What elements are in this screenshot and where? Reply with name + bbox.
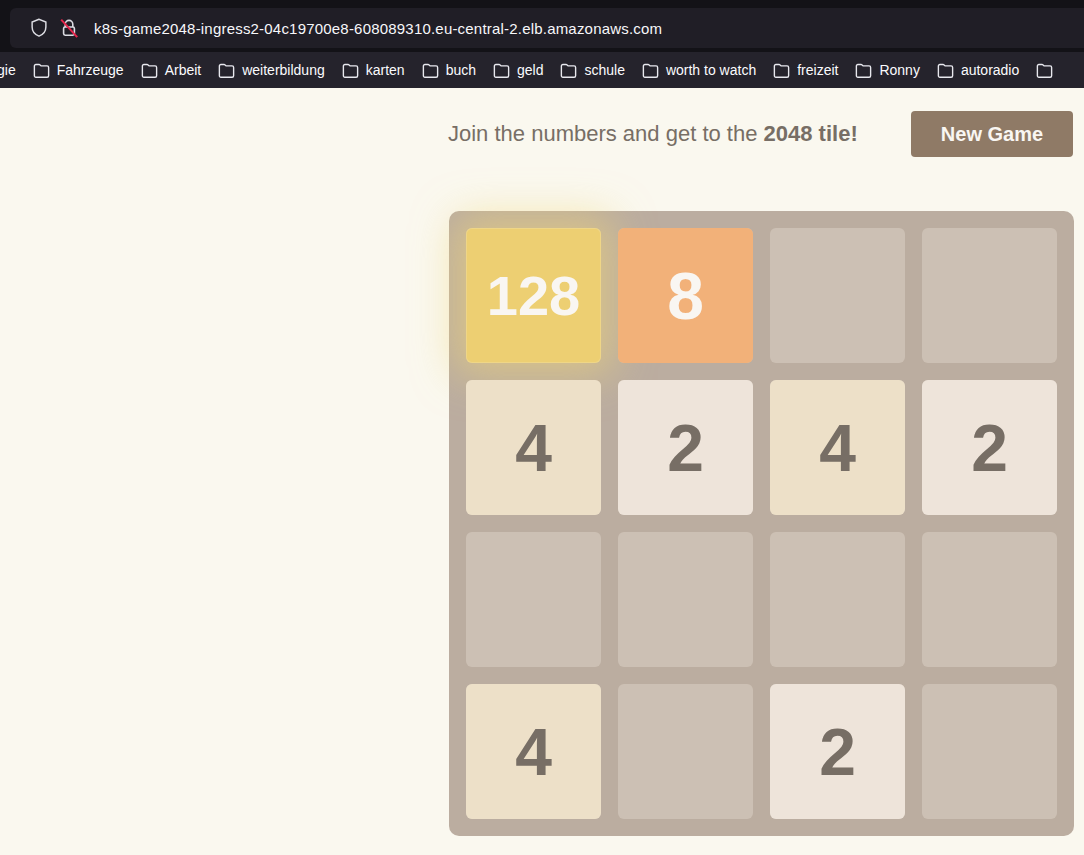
- intro-row: Join the numbers and get to the 2048 til…: [448, 111, 1073, 157]
- bookmark-worth-to-watch[interactable]: worth to watch: [642, 62, 756, 78]
- tile-2: 2: [618, 380, 753, 515]
- bookmark-label: buch: [446, 62, 476, 78]
- bookmarks-bar: gieFahrzeugeArbeitweiterbildungkartenbuc…: [0, 52, 1084, 88]
- folder-icon: [560, 63, 577, 78]
- folder-icon: [141, 63, 158, 78]
- tile-2: 2: [770, 684, 905, 819]
- new-game-button[interactable]: New Game: [911, 111, 1073, 157]
- shield-icon[interactable]: [24, 13, 54, 43]
- cell-r4c2: [618, 684, 753, 819]
- url-toolbar: k8s-game2048-ingress2-04c19700e8-6080893…: [0, 0, 1084, 52]
- cell-r4c3: 2: [770, 684, 905, 819]
- tile-2: 2: [922, 380, 1057, 515]
- folder-icon: [642, 63, 659, 78]
- bookmark-arbeit[interactable]: Arbeit: [141, 62, 202, 78]
- bookmark-geld[interactable]: geld: [493, 62, 543, 78]
- bookmark-karten[interactable]: karten: [342, 62, 405, 78]
- cell-r1c4: [922, 228, 1057, 363]
- folder-icon: [1036, 63, 1053, 78]
- bookmark-label: worth to watch: [666, 62, 756, 78]
- browser-window: k8s-game2048-ingress2-04c19700e8-6080893…: [0, 0, 1084, 855]
- tile-4: 4: [466, 684, 601, 819]
- bookmark-fahrzeuge[interactable]: Fahrzeuge: [33, 62, 124, 78]
- cell-r4c1: 4: [466, 684, 601, 819]
- bookmark-autoradio[interactable]: autoradio: [937, 62, 1019, 78]
- intro-text-normal: Join the numbers and get to the: [448, 121, 764, 146]
- cell-r2c1: 4: [466, 380, 601, 515]
- folder-icon: [342, 63, 359, 78]
- folder-icon: [773, 63, 790, 78]
- bookmark-label: karten: [366, 62, 405, 78]
- bookmark-label: freizeit: [797, 62, 838, 78]
- bookmark-gie[interactable]: gie: [0, 62, 16, 78]
- bookmark-label: weiterbildung: [242, 62, 325, 78]
- tile-128: 128: [466, 228, 601, 363]
- folder-icon: [855, 63, 872, 78]
- folder-icon: [493, 63, 510, 78]
- bookmark-label: schule: [584, 62, 624, 78]
- folder-icon: [422, 63, 439, 78]
- folder-icon: [218, 63, 235, 78]
- page-content: Join the numbers and get to the 2048 til…: [0, 88, 1084, 855]
- bookmark-schule[interactable]: schule: [560, 62, 624, 78]
- url-bar[interactable]: k8s-game2048-ingress2-04c19700e8-6080893…: [10, 8, 1084, 48]
- cell-r3c4: [922, 532, 1057, 667]
- cell-r2c2: 2: [618, 380, 753, 515]
- bookmark-weiterbildung[interactable]: weiterbildung: [218, 62, 325, 78]
- intro-text: Join the numbers and get to the 2048 til…: [448, 121, 858, 147]
- bookmark-buch[interactable]: buch: [422, 62, 476, 78]
- cell-r1c2: 8: [618, 228, 753, 363]
- tile-4: 4: [770, 380, 905, 515]
- bookmark-label: Ronny: [879, 62, 919, 78]
- cell-r3c3: [770, 532, 905, 667]
- folder-icon: [33, 63, 50, 78]
- folder-icon: [937, 63, 954, 78]
- bookmark-partial[interactable]: [1036, 63, 1053, 78]
- cell-r2c3: 4: [770, 380, 905, 515]
- bookmark-label: Arbeit: [165, 62, 202, 78]
- game-board: 1288424242: [449, 211, 1074, 836]
- cell-r1c3: [770, 228, 905, 363]
- bookmark-ronny[interactable]: Ronny: [855, 62, 919, 78]
- cell-r3c2: [618, 532, 753, 667]
- bookmark-label: autoradio: [961, 62, 1019, 78]
- tile-8: 8: [618, 228, 753, 363]
- bookmark-label: geld: [517, 62, 543, 78]
- bookmark-label: Fahrzeuge: [57, 62, 124, 78]
- cell-r4c4: [922, 684, 1057, 819]
- intro-text-bold: 2048 tile!: [764, 121, 858, 146]
- bookmark-label: gie: [0, 62, 16, 78]
- insecure-lock-icon[interactable]: [54, 13, 84, 43]
- bookmark-freizeit[interactable]: freizeit: [773, 62, 838, 78]
- cell-r1c1: 128: [466, 228, 601, 363]
- url-text: k8s-game2048-ingress2-04c19700e8-6080893…: [94, 20, 662, 37]
- tile-4: 4: [466, 380, 601, 515]
- cell-r2c4: 2: [922, 380, 1057, 515]
- cell-r3c1: [466, 532, 601, 667]
